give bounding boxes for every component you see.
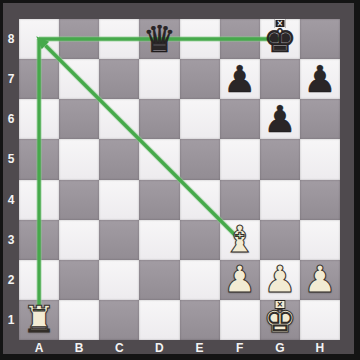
square-e5[interactable]: [180, 139, 220, 179]
square-b8[interactable]: [59, 19, 99, 59]
square-h1[interactable]: [300, 300, 340, 340]
square-a2[interactable]: [19, 260, 59, 300]
king-x-marker: ×: [274, 19, 285, 28]
square-f1[interactable]: [220, 300, 260, 340]
square-d1[interactable]: [139, 300, 179, 340]
square-a8[interactable]: [19, 19, 59, 59]
rank-label-8: 8: [3, 19, 19, 59]
file-label-h: H: [300, 340, 340, 355]
piece-black-queen-d8[interactable]: ♛: [139, 19, 179, 59]
square-d4[interactable]: [139, 180, 179, 220]
file-labels: ABCDEFGH: [19, 340, 340, 355]
square-h8[interactable]: [300, 19, 340, 59]
square-c5[interactable]: [99, 139, 139, 179]
white-pawn-glyph: ♟: [263, 261, 296, 298]
rank-label-6: 6: [3, 99, 19, 139]
square-e3[interactable]: [180, 220, 220, 260]
piece-white-pawn-h2[interactable]: ♟: [300, 260, 340, 300]
square-f5[interactable]: [220, 139, 260, 179]
piece-black-pawn-h7[interactable]: ♟: [300, 59, 340, 99]
square-c8[interactable]: [99, 19, 139, 59]
square-a7[interactable]: [19, 59, 59, 99]
piece-white-rook-a1[interactable]: ♜: [19, 300, 59, 340]
square-b6[interactable]: [59, 99, 99, 139]
square-d7[interactable]: [139, 59, 179, 99]
square-c1[interactable]: [99, 300, 139, 340]
rank-labels: 87654321: [3, 19, 19, 340]
square-g4[interactable]: [260, 180, 300, 220]
file-label-f: F: [220, 340, 260, 355]
chess-board-panel: 87654321 ABCDEFGH ♛♚×♟♟♟♝♟♟♟♜♚×: [0, 0, 360, 360]
rank-label-1: 1: [3, 300, 19, 340]
rank-label-5: 5: [3, 139, 19, 179]
rank-label-4: 4: [3, 180, 19, 220]
square-a3[interactable]: [19, 220, 59, 260]
square-b7[interactable]: [59, 59, 99, 99]
square-f6[interactable]: [220, 99, 260, 139]
square-b3[interactable]: [59, 220, 99, 260]
square-h3[interactable]: [300, 220, 340, 260]
square-c2[interactable]: [99, 260, 139, 300]
square-e6[interactable]: [180, 99, 220, 139]
square-a5[interactable]: [19, 139, 59, 179]
square-a6[interactable]: [19, 99, 59, 139]
black-pawn-glyph: ♟: [303, 61, 336, 98]
square-g7[interactable]: [260, 59, 300, 99]
square-d6[interactable]: [139, 99, 179, 139]
square-h5[interactable]: [300, 139, 340, 179]
piece-white-pawn-g2[interactable]: ♟: [260, 260, 300, 300]
square-e2[interactable]: [180, 260, 220, 300]
square-e8[interactable]: [180, 19, 220, 59]
rank-label-3: 3: [3, 220, 19, 260]
file-label-g: G: [260, 340, 300, 355]
piece-white-bishop-f3[interactable]: ♝: [220, 220, 260, 260]
square-c6[interactable]: [99, 99, 139, 139]
square-b5[interactable]: [59, 139, 99, 179]
piece-black-king-g8[interactable]: ♚×: [260, 19, 300, 59]
piece-white-king-g1[interactable]: ♚×: [260, 300, 300, 340]
white-pawn-glyph: ♟: [223, 261, 256, 298]
black-pawn-glyph: ♟: [263, 101, 296, 138]
square-c3[interactable]: [99, 220, 139, 260]
piece-white-pawn-f2[interactable]: ♟: [220, 260, 260, 300]
piece-black-pawn-g6[interactable]: ♟: [260, 99, 300, 139]
rank-label-2: 2: [3, 260, 19, 300]
square-f8[interactable]: [220, 19, 260, 59]
square-g3[interactable]: [260, 220, 300, 260]
black-queen-glyph: ♛: [143, 21, 176, 58]
king-x-marker: ×: [274, 300, 285, 309]
file-label-b: B: [59, 340, 99, 355]
square-f4[interactable]: [220, 180, 260, 220]
white-pawn-glyph: ♟: [303, 261, 336, 298]
piece-black-pawn-f7[interactable]: ♟: [220, 59, 260, 99]
square-b2[interactable]: [59, 260, 99, 300]
square-b1[interactable]: [59, 300, 99, 340]
black-pawn-glyph: ♟: [223, 61, 256, 98]
square-c4[interactable]: [99, 180, 139, 220]
square-h6[interactable]: [300, 99, 340, 139]
square-b4[interactable]: [59, 180, 99, 220]
square-e1[interactable]: [180, 300, 220, 340]
white-rook-glyph: ♜: [22, 301, 55, 338]
white-bishop-glyph: ♝: [223, 221, 256, 258]
square-g5[interactable]: [260, 139, 300, 179]
file-label-d: D: [139, 340, 179, 355]
square-e4[interactable]: [180, 180, 220, 220]
file-label-e: E: [180, 340, 220, 355]
file-label-a: A: [19, 340, 59, 355]
square-e7[interactable]: [180, 59, 220, 99]
square-a4[interactable]: [19, 180, 59, 220]
file-label-c: C: [99, 340, 139, 355]
square-d2[interactable]: [139, 260, 179, 300]
square-h4[interactable]: [300, 180, 340, 220]
square-d3[interactable]: [139, 220, 179, 260]
square-d5[interactable]: [139, 139, 179, 179]
square-c7[interactable]: [99, 59, 139, 99]
rank-label-7: 7: [3, 59, 19, 99]
